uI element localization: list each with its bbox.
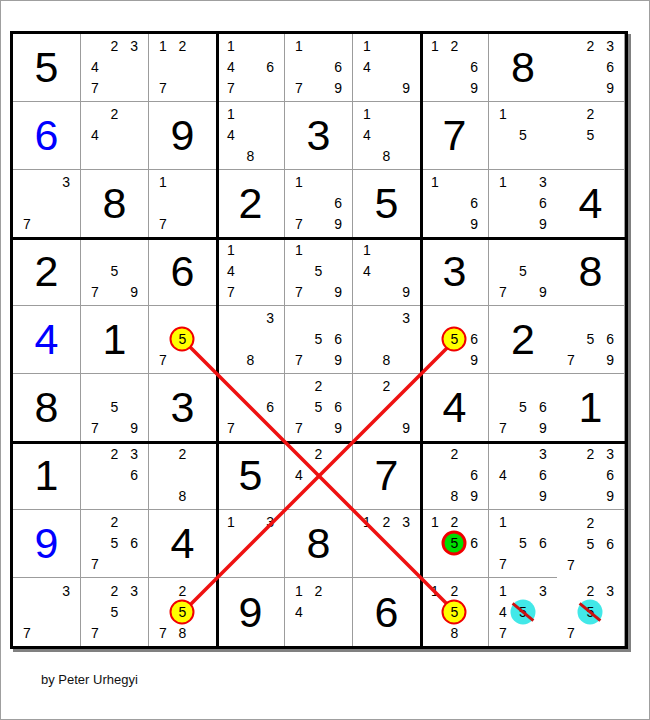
cell-r2c5[interactable]: 3 bbox=[285, 102, 353, 170]
candidate-4: 4 bbox=[289, 465, 309, 486]
candidate-grid: 37 bbox=[17, 172, 76, 234]
candidate-grid: 2369 bbox=[561, 36, 620, 98]
candidate-7: 7 bbox=[289, 417, 309, 438]
candidate-9: 9 bbox=[396, 417, 416, 438]
candidate-2: 2 bbox=[105, 104, 125, 125]
candidate-6: 6 bbox=[533, 533, 553, 554]
candidate-grid: 5679 bbox=[493, 376, 553, 438]
candidate-7: 7 bbox=[153, 622, 173, 643]
cell-r5c7[interactable]: 569 bbox=[421, 306, 489, 374]
candidate-grid: 579 bbox=[85, 240, 144, 302]
candidate-9: 9 bbox=[328, 417, 348, 438]
cell-r5c9[interactable]: 5679 bbox=[557, 306, 625, 374]
candidate-5: 5 bbox=[309, 261, 329, 282]
cell-r5c1[interactable]: 4 bbox=[13, 306, 81, 374]
candidate-grid: 1256 bbox=[425, 512, 484, 574]
cell-r8c2[interactable]: 2567 bbox=[81, 510, 149, 578]
box-divider-vertical bbox=[420, 34, 423, 646]
candidate-1: 1 bbox=[357, 104, 377, 125]
yellow-circle-mark: 5 bbox=[170, 326, 195, 351]
candidate-3: 3 bbox=[124, 580, 144, 601]
candidate-5: 5 bbox=[513, 397, 533, 418]
cell-r3c5[interactable]: 1679 bbox=[285, 170, 353, 238]
candidate-1: 1 bbox=[357, 512, 377, 533]
cell-r9c8[interactable]: 13457 bbox=[489, 578, 557, 646]
candidate-5: 5 bbox=[513, 261, 533, 282]
cell-r7c9[interactable]: 2369 bbox=[557, 442, 625, 510]
candidate-6: 6 bbox=[328, 57, 348, 78]
candidate-1: 1 bbox=[221, 512, 241, 533]
candidate-4: 4 bbox=[221, 57, 241, 78]
candidate-6: 6 bbox=[260, 57, 280, 78]
cell-r8c8[interactable]: 1567 bbox=[489, 510, 557, 578]
candidate-5: 5 bbox=[581, 329, 601, 350]
candidate-9: 9 bbox=[328, 213, 348, 234]
cell-r1c8[interactable]: 8 bbox=[489, 34, 557, 102]
eliminated-candidate-mark: 5 bbox=[511, 599, 536, 624]
box-divider-vertical bbox=[216, 34, 219, 646]
candidate-4: 4 bbox=[357, 261, 377, 282]
cell-r7c4[interactable]: 5 bbox=[217, 442, 285, 510]
cell-r9c4[interactable]: 9 bbox=[217, 578, 285, 646]
candidate-2: 2 bbox=[581, 444, 601, 465]
cell-r8c5[interactable]: 8 bbox=[285, 510, 353, 578]
given-digit: 5 bbox=[217, 442, 284, 509]
given-digit: 1 bbox=[13, 442, 80, 509]
cell-r3c7[interactable]: 169 bbox=[421, 170, 489, 238]
candidate-5: 5 bbox=[105, 261, 125, 282]
candidate-3: 3 bbox=[533, 172, 553, 193]
screenshot-frame: 5234712714671679149126982369624914831487… bbox=[0, 0, 650, 720]
candidate-1: 1 bbox=[493, 512, 513, 533]
cell-r9c3[interactable]: 2578 bbox=[149, 578, 217, 646]
cell-r3c8[interactable]: 1369 bbox=[489, 170, 557, 238]
cell-r5c6[interactable]: 38 bbox=[353, 306, 421, 374]
cell-r6c6[interactable]: 29 bbox=[353, 374, 421, 442]
cell-r9c7[interactable]: 1258 bbox=[421, 578, 489, 646]
candidate-grid: 1467 bbox=[221, 36, 280, 98]
given-digit: 2 bbox=[13, 238, 80, 305]
cell-r5c3[interactable]: 57 bbox=[149, 306, 217, 374]
candidate-3: 3 bbox=[124, 444, 144, 465]
given-digit: 7 bbox=[421, 102, 488, 169]
cell-r8c9[interactable]: 2567 bbox=[557, 510, 625, 578]
candidate-7: 7 bbox=[289, 281, 309, 302]
candidate-grid: 569 bbox=[425, 308, 484, 370]
cell-r8c1[interactable]: 9 bbox=[13, 510, 81, 578]
candidate-2: 2 bbox=[173, 36, 193, 57]
cell-r7c2[interactable]: 236 bbox=[81, 442, 149, 510]
candidate-1: 1 bbox=[493, 172, 513, 193]
candidate-2: 2 bbox=[445, 580, 465, 601]
cell-r9c9[interactable]: 2357 bbox=[557, 578, 625, 646]
candidate-9: 9 bbox=[396, 281, 416, 302]
candidate-5: 5 bbox=[445, 533, 465, 554]
cell-r8c3[interactable]: 4 bbox=[149, 510, 217, 578]
given-digit: 1 bbox=[81, 306, 148, 373]
candidate-7: 7 bbox=[85, 281, 105, 302]
candidate-8: 8 bbox=[173, 622, 193, 643]
box-divider-horizontal bbox=[13, 441, 625, 444]
candidate-grid: 25 bbox=[561, 104, 620, 166]
candidate-5: 5 bbox=[581, 601, 601, 622]
candidate-grid: 57 bbox=[153, 308, 212, 370]
candidate-grid: 149 bbox=[357, 240, 416, 302]
candidate-7: 7 bbox=[561, 554, 581, 575]
candidate-9: 9 bbox=[600, 485, 620, 506]
cell-r9c1[interactable]: 37 bbox=[13, 578, 81, 646]
given-digit: 8 bbox=[285, 510, 352, 577]
candidate-grid: 17 bbox=[153, 172, 212, 234]
candidate-8: 8 bbox=[241, 145, 261, 166]
given-digit: 2 bbox=[217, 170, 284, 237]
candidate-5: 5 bbox=[513, 601, 533, 622]
cell-r6c1[interactable]: 8 bbox=[13, 374, 81, 442]
candidate-7: 7 bbox=[493, 281, 513, 302]
candidate-2: 2 bbox=[581, 512, 601, 533]
cell-r4c7[interactable]: 3 bbox=[421, 238, 489, 306]
candidate-8: 8 bbox=[377, 349, 397, 370]
candidate-7: 7 bbox=[493, 553, 513, 574]
candidate-grid: 15 bbox=[493, 104, 553, 166]
candidate-9: 9 bbox=[124, 281, 144, 302]
given-digit: 3 bbox=[285, 102, 352, 169]
candidate-grid: 38 bbox=[357, 308, 416, 370]
cell-r5c8[interactable]: 2 bbox=[489, 306, 557, 374]
cell-r4c5[interactable]: 1579 bbox=[285, 238, 353, 306]
candidate-2: 2 bbox=[581, 104, 601, 125]
cell-r6c8[interactable]: 5679 bbox=[489, 374, 557, 442]
candidate-7: 7 bbox=[85, 77, 105, 98]
candidate-grid: 579 bbox=[85, 376, 144, 438]
cell-r3c1[interactable]: 37 bbox=[13, 170, 81, 238]
candidate-7: 7 bbox=[85, 553, 105, 574]
candidate-1: 1 bbox=[289, 172, 309, 193]
cell-r7c5[interactable]: 24 bbox=[285, 442, 353, 510]
candidate-grid: 29 bbox=[357, 376, 416, 438]
given-digit: 7 bbox=[353, 442, 420, 509]
candidate-6: 6 bbox=[328, 193, 348, 214]
candidate-2: 2 bbox=[173, 580, 193, 601]
candidate-1: 1 bbox=[221, 36, 241, 57]
candidate-7: 7 bbox=[153, 213, 173, 234]
cell-r1c9[interactable]: 2369 bbox=[557, 34, 625, 102]
cell-r8c4[interactable]: 13 bbox=[217, 510, 285, 578]
candidate-1: 1 bbox=[153, 36, 173, 57]
cell-r2c6[interactable]: 148 bbox=[353, 102, 421, 170]
cell-r9c5[interactable]: 124 bbox=[285, 578, 353, 646]
candidate-8: 8 bbox=[173, 485, 193, 506]
candidate-2: 2 bbox=[173, 444, 193, 465]
cell-r6c5[interactable]: 25679 bbox=[285, 374, 353, 442]
entered-digit: 4 bbox=[13, 306, 80, 373]
cell-r6c9[interactable]: 1 bbox=[557, 374, 625, 442]
candidate-grid: 38 bbox=[221, 308, 280, 370]
candidate-9: 9 bbox=[328, 349, 348, 370]
cell-r2c9[interactable]: 25 bbox=[557, 102, 625, 170]
candidate-8: 8 bbox=[377, 145, 397, 166]
cell-r7c7[interactable]: 2689 bbox=[421, 442, 489, 510]
candidate-1: 1 bbox=[357, 36, 377, 57]
given-digit: 1 bbox=[557, 374, 624, 441]
candidate-1: 1 bbox=[425, 172, 445, 193]
given-digit: 5 bbox=[13, 34, 80, 101]
candidate-grid: 67 bbox=[221, 376, 280, 438]
given-digit: 3 bbox=[149, 374, 216, 441]
given-digit: 5 bbox=[353, 170, 420, 237]
candidate-2: 2 bbox=[105, 512, 125, 533]
cell-r8c7[interactable]: 1256 bbox=[421, 510, 489, 578]
cell-r6c7[interactable]: 4 bbox=[421, 374, 489, 442]
yellow-circle-mark: 5 bbox=[442, 326, 467, 351]
cell-r3c2[interactable]: 8 bbox=[81, 170, 149, 238]
candidate-3: 3 bbox=[260, 308, 280, 329]
candidate-7: 7 bbox=[289, 77, 309, 98]
candidate-3: 3 bbox=[533, 444, 553, 465]
cell-r4c3[interactable]: 6 bbox=[149, 238, 217, 306]
candidate-3: 3 bbox=[260, 512, 280, 533]
cell-r2c1[interactable]: 6 bbox=[13, 102, 81, 170]
candidate-1: 1 bbox=[425, 36, 445, 57]
candidate-grid: 24 bbox=[85, 104, 144, 166]
candidate-4: 4 bbox=[221, 125, 241, 146]
cell-r1c3[interactable]: 127 bbox=[149, 34, 217, 102]
candidate-6: 6 bbox=[328, 329, 348, 350]
given-digit: 2 bbox=[489, 306, 557, 373]
candidate-2: 2 bbox=[309, 580, 329, 601]
cell-r3c9[interactable]: 4 bbox=[557, 170, 625, 238]
cell-r2c7[interactable]: 7 bbox=[421, 102, 489, 170]
candidate-grid: 148 bbox=[221, 104, 280, 166]
candidate-2: 2 bbox=[581, 36, 601, 57]
candidate-5: 5 bbox=[105, 533, 125, 554]
candidate-2: 2 bbox=[105, 580, 125, 601]
candidate-6: 6 bbox=[600, 533, 620, 554]
cell-r6c4[interactable]: 67 bbox=[217, 374, 285, 442]
candidate-1: 1 bbox=[153, 172, 173, 193]
candidate-grid: 1579 bbox=[289, 240, 348, 302]
candidate-grid: 123 bbox=[357, 512, 416, 574]
candidate-grid: 148 bbox=[357, 104, 416, 166]
candidate-1: 1 bbox=[221, 240, 241, 261]
candidate-5: 5 bbox=[173, 601, 193, 622]
candidate-grid: 147 bbox=[221, 240, 280, 302]
cell-r5c5[interactable]: 5679 bbox=[285, 306, 353, 374]
given-digit: 4 bbox=[149, 510, 216, 577]
candidate-5: 5 bbox=[105, 397, 125, 418]
given-digit: 9 bbox=[149, 102, 216, 169]
candidate-7: 7 bbox=[153, 77, 173, 98]
candidate-4: 4 bbox=[357, 125, 377, 146]
cell-r4c8[interactable]: 579 bbox=[489, 238, 557, 306]
candidate-6: 6 bbox=[600, 329, 620, 350]
candidate-grid: 2567 bbox=[85, 512, 144, 574]
candidate-4: 4 bbox=[85, 125, 105, 146]
given-digit: 4 bbox=[557, 170, 624, 237]
candidate-3: 3 bbox=[533, 580, 553, 601]
candidate-2: 2 bbox=[445, 36, 465, 57]
candidate-7: 7 bbox=[221, 417, 241, 438]
candidate-1: 1 bbox=[289, 580, 309, 601]
candidate-6: 6 bbox=[533, 193, 553, 214]
candidate-grid: 2578 bbox=[153, 580, 212, 643]
yellow-circle-mark: 5 bbox=[442, 599, 467, 624]
candidate-grid: 169 bbox=[425, 172, 484, 234]
cell-r1c7[interactable]: 1269 bbox=[421, 34, 489, 102]
candidate-5: 5 bbox=[581, 125, 601, 146]
candidate-grid: 236 bbox=[85, 444, 144, 506]
candidate-6: 6 bbox=[124, 465, 144, 486]
candidate-2: 2 bbox=[377, 376, 397, 397]
candidate-grid: 3469 bbox=[493, 444, 553, 506]
candidate-4: 4 bbox=[221, 261, 241, 282]
candidate-6: 6 bbox=[464, 465, 484, 486]
candidate-5: 5 bbox=[513, 125, 533, 146]
candidate-5: 5 bbox=[105, 601, 125, 622]
candidate-7: 7 bbox=[493, 417, 513, 438]
candidate-3: 3 bbox=[56, 172, 76, 193]
candidate-grid: 1369 bbox=[493, 172, 553, 234]
candidate-9: 9 bbox=[533, 281, 553, 302]
candidate-grid: 2357 bbox=[85, 580, 144, 643]
candidate-7: 7 bbox=[85, 622, 105, 643]
given-digit: 3 bbox=[421, 238, 488, 305]
candidate-9: 9 bbox=[464, 485, 484, 506]
candidate-grid: 579 bbox=[493, 240, 553, 302]
candidate-7: 7 bbox=[561, 622, 581, 643]
candidate-5: 5 bbox=[309, 397, 329, 418]
candidate-1: 1 bbox=[425, 512, 445, 533]
cell-r2c2[interactable]: 24 bbox=[81, 102, 149, 170]
candidate-7: 7 bbox=[17, 213, 37, 234]
cell-r9c6[interactable]: 6 bbox=[353, 578, 421, 646]
candidate-9: 9 bbox=[533, 417, 553, 438]
candidate-grid: 28 bbox=[153, 444, 212, 506]
candidate-7: 7 bbox=[561, 349, 581, 370]
candidate-3: 3 bbox=[600, 580, 620, 601]
author-caption: by Peter Urhegyi bbox=[41, 672, 138, 687]
cell-r1c6[interactable]: 149 bbox=[353, 34, 421, 102]
candidate-2: 2 bbox=[309, 376, 329, 397]
eliminated-candidate-mark: 5 bbox=[578, 599, 603, 624]
candidate-9: 9 bbox=[124, 417, 144, 438]
given-digit: 9 bbox=[217, 578, 284, 646]
candidate-grid: 25679 bbox=[289, 376, 348, 438]
cell-r7c8[interactable]: 3469 bbox=[489, 442, 557, 510]
cell-r9c2[interactable]: 2357 bbox=[81, 578, 149, 646]
candidate-3: 3 bbox=[396, 308, 416, 329]
candidate-5: 5 bbox=[309, 329, 329, 350]
cell-r5c2[interactable]: 1 bbox=[81, 306, 149, 374]
candidate-9: 9 bbox=[328, 77, 348, 98]
candidate-9: 9 bbox=[464, 213, 484, 234]
candidate-9: 9 bbox=[533, 485, 553, 506]
candidate-1: 1 bbox=[493, 580, 513, 601]
cell-r2c3[interactable]: 9 bbox=[149, 102, 217, 170]
candidate-6: 6 bbox=[328, 397, 348, 418]
candidate-grid: 1679 bbox=[289, 36, 348, 98]
cell-r3c6[interactable]: 5 bbox=[353, 170, 421, 238]
candidate-9: 9 bbox=[464, 349, 484, 370]
candidate-5: 5 bbox=[445, 601, 465, 622]
candidate-2: 2 bbox=[445, 444, 465, 465]
candidate-1: 1 bbox=[357, 240, 377, 261]
candidate-1: 1 bbox=[425, 580, 445, 601]
candidate-4: 4 bbox=[85, 57, 105, 78]
candidate-7: 7 bbox=[221, 281, 241, 302]
candidate-9: 9 bbox=[396, 77, 416, 98]
cell-r4c1[interactable]: 2 bbox=[13, 238, 81, 306]
cell-r7c6[interactable]: 7 bbox=[353, 442, 421, 510]
cell-r4c6[interactable]: 149 bbox=[353, 238, 421, 306]
candidate-8: 8 bbox=[445, 622, 465, 643]
candidate-6: 6 bbox=[600, 57, 620, 78]
candidate-6: 6 bbox=[464, 193, 484, 214]
candidate-7: 7 bbox=[493, 622, 513, 643]
candidate-grid: 13457 bbox=[493, 580, 553, 643]
cell-r4c9[interactable]: 8 bbox=[557, 238, 625, 306]
candidate-grid: 2369 bbox=[561, 444, 620, 506]
cell-r7c1[interactable]: 1 bbox=[13, 442, 81, 510]
candidate-2: 2 bbox=[309, 444, 329, 465]
candidate-7: 7 bbox=[85, 417, 105, 438]
cell-r1c4[interactable]: 1467 bbox=[217, 34, 285, 102]
candidate-6: 6 bbox=[464, 57, 484, 78]
cell-r5c4[interactable]: 38 bbox=[217, 306, 285, 374]
cell-r6c2[interactable]: 579 bbox=[81, 374, 149, 442]
candidate-2: 2 bbox=[377, 512, 397, 533]
given-digit: 8 bbox=[13, 374, 80, 441]
candidate-grid: 2689 bbox=[425, 444, 484, 506]
candidate-grid: 5679 bbox=[561, 308, 620, 370]
candidate-9: 9 bbox=[464, 77, 484, 98]
cell-r3c4[interactable]: 2 bbox=[217, 170, 285, 238]
cell-r4c2[interactable]: 579 bbox=[81, 238, 149, 306]
candidate-grid: 124 bbox=[289, 580, 348, 643]
candidate-grid: 24 bbox=[289, 444, 348, 506]
candidate-grid: 1567 bbox=[493, 512, 553, 574]
cell-r4c4[interactable]: 147 bbox=[217, 238, 285, 306]
candidate-7: 7 bbox=[17, 622, 37, 643]
candidate-grid: 13 bbox=[221, 512, 280, 574]
candidate-6: 6 bbox=[464, 533, 484, 554]
cell-r6c3[interactable]: 3 bbox=[149, 374, 217, 442]
candidate-grid: 1679 bbox=[289, 172, 348, 234]
candidate-8: 8 bbox=[241, 349, 261, 370]
cell-r7c3[interactable]: 28 bbox=[149, 442, 217, 510]
candidate-3: 3 bbox=[396, 512, 416, 533]
given-digit: 6 bbox=[149, 238, 216, 305]
cell-r3c3[interactable]: 17 bbox=[149, 170, 217, 238]
entered-digit: 9 bbox=[13, 510, 80, 577]
given-digit: 8 bbox=[557, 238, 624, 305]
given-digit: 8 bbox=[81, 170, 148, 237]
cell-r8c6[interactable]: 123 bbox=[353, 510, 421, 578]
given-digit: 4 bbox=[421, 374, 488, 441]
candidate-4: 4 bbox=[493, 465, 513, 486]
cell-r1c1[interactable]: 5 bbox=[13, 34, 81, 102]
candidate-7: 7 bbox=[289, 213, 309, 234]
cell-r1c2[interactable]: 2347 bbox=[81, 34, 149, 102]
candidate-grid: 149 bbox=[357, 36, 416, 98]
cell-r2c8[interactable]: 15 bbox=[489, 102, 557, 170]
candidate-9: 9 bbox=[600, 77, 620, 98]
entered-digit: 6 bbox=[13, 102, 80, 169]
candidate-6: 6 bbox=[124, 533, 144, 554]
cell-r1c5[interactable]: 1679 bbox=[285, 34, 353, 102]
candidate-4: 4 bbox=[357, 57, 377, 78]
cell-r2c4[interactable]: 148 bbox=[217, 102, 285, 170]
